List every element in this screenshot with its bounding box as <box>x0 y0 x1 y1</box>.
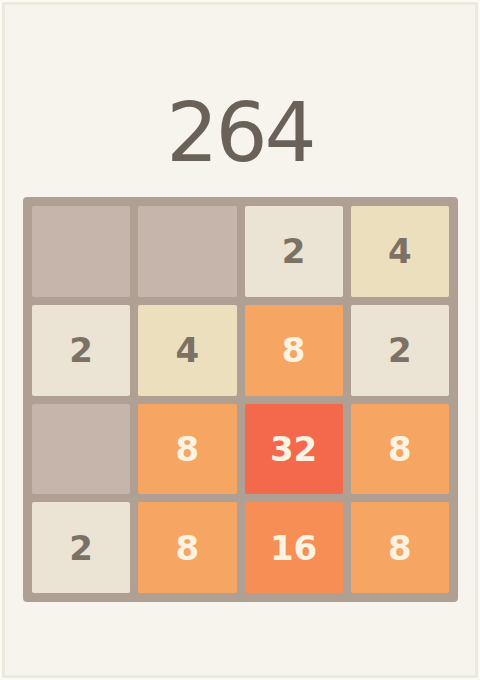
tile-4-r2c2: 4 <box>138 305 236 396</box>
tile-8-r3c4: 8 <box>351 404 449 495</box>
empty-cell-r1c2 <box>138 206 236 297</box>
tile-8-r4c4: 8 <box>351 502 449 593</box>
tile-8-r2c3: 8 <box>245 305 343 396</box>
empty-cell-r1c1 <box>32 206 130 297</box>
tile-4-r1c4: 4 <box>351 206 449 297</box>
tile-16-r4c3: 16 <box>245 502 343 593</box>
tile-32-r3c3: 32 <box>245 404 343 495</box>
score-display: 264 <box>0 92 480 174</box>
tile-2-r1c3: 2 <box>245 206 343 297</box>
board-2048[interactable]: 242482832828168 <box>23 197 458 602</box>
tile-2-r4c1: 2 <box>32 502 130 593</box>
empty-cell-r3c1 <box>32 404 130 495</box>
tile-8-r4c2: 8 <box>138 502 236 593</box>
tile-2-r2c1: 2 <box>32 305 130 396</box>
tile-2-r2c4: 2 <box>351 305 449 396</box>
tile-8-r3c2: 8 <box>138 404 236 495</box>
